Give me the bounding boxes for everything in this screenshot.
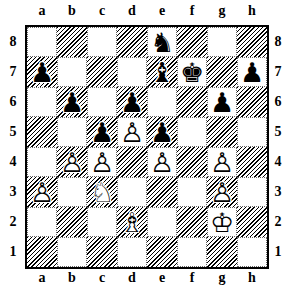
square-g2[interactable]: ♚♔	[207, 207, 237, 237]
rank-label-4: 4	[271, 147, 285, 177]
rank-label-3: 3	[6, 177, 20, 207]
square-f7[interactable]: ♚♚	[177, 57, 207, 87]
piece-wP-d5: ♙	[117, 117, 147, 147]
square-g3[interactable]: ♟♙	[207, 177, 237, 207]
piece-bN-e8: ♞	[147, 27, 177, 57]
square-d6[interactable]: ♟♟	[117, 87, 147, 117]
file-label-e: e	[147, 3, 177, 19]
square-g1[interactable]	[207, 237, 237, 267]
square-e3[interactable]	[147, 177, 177, 207]
square-d3[interactable]	[117, 177, 147, 207]
square-h4[interactable]	[237, 147, 267, 177]
piece-wK-g2: ♔	[207, 207, 237, 237]
square-c5[interactable]: ♟♟	[87, 117, 117, 147]
piece-wP-g3: ♙	[207, 177, 237, 207]
file-labels-top: abcdefgh	[27, 3, 267, 19]
square-h7[interactable]: ♟♟	[237, 57, 267, 87]
rank-label-7: 7	[6, 57, 20, 87]
rank-labels-right: 87654321	[271, 27, 285, 267]
rank-label-5: 5	[271, 117, 285, 147]
piece-bB-e7: ♝	[147, 57, 177, 87]
piece-wP-b4: ♙	[57, 147, 87, 177]
file-label-g: g	[207, 3, 237, 19]
file-label-b: b	[57, 3, 87, 19]
square-g8[interactable]	[207, 27, 237, 57]
piece-wP-g4: ♙	[207, 147, 237, 177]
file-label-e: e	[147, 270, 177, 286]
piece-wB-d2: ♗	[117, 207, 147, 237]
square-d7[interactable]	[117, 57, 147, 87]
file-label-d: d	[117, 270, 147, 286]
square-b1[interactable]	[57, 237, 87, 267]
piece-bP-h7: ♟	[237, 57, 267, 87]
piece-bP-c5: ♟	[87, 117, 117, 147]
piece-bP-e5: ♟	[147, 117, 177, 147]
square-d5[interactable]: ♟♙	[117, 117, 147, 147]
square-g7[interactable]	[207, 57, 237, 87]
square-a1[interactable]	[27, 237, 57, 267]
square-g6[interactable]: ♟♟	[207, 87, 237, 117]
piece-wP-e4: ♙	[147, 147, 177, 177]
square-f6[interactable]	[177, 87, 207, 117]
square-d8[interactable]	[117, 27, 147, 57]
file-label-f: f	[177, 270, 207, 286]
square-h6[interactable]	[237, 87, 267, 117]
square-d4[interactable]	[117, 147, 147, 177]
piece-bK-f7: ♚	[177, 57, 207, 87]
square-f4[interactable]	[177, 147, 207, 177]
square-g4[interactable]: ♟♙	[207, 147, 237, 177]
square-a7[interactable]: ♟♟	[27, 57, 57, 87]
rank-label-5: 5	[6, 117, 20, 147]
square-b4[interactable]: ♟♙	[57, 147, 87, 177]
square-h2[interactable]	[237, 207, 267, 237]
square-c1[interactable]	[87, 237, 117, 267]
rank-label-8: 8	[6, 27, 20, 57]
square-b5[interactable]	[57, 117, 87, 147]
file-label-c: c	[87, 3, 117, 19]
file-label-a: a	[27, 3, 57, 19]
file-label-d: d	[117, 3, 147, 19]
square-b6[interactable]: ♟♟	[57, 87, 87, 117]
square-e2[interactable]	[147, 207, 177, 237]
square-d2[interactable]: ♝♗	[117, 207, 147, 237]
chess-diagram: abcdefgh 87654321 ♞♞♟♟♝♝♚♚♟♟♟♟♟♟♟♟♟♟♟♙♟♟…	[0, 0, 295, 295]
rank-label-2: 2	[6, 207, 20, 237]
square-a5[interactable]	[27, 117, 57, 147]
piece-bP-d6: ♟	[117, 87, 147, 117]
square-b2[interactable]	[57, 207, 87, 237]
square-c7[interactable]	[87, 57, 117, 87]
file-label-c: c	[87, 270, 117, 286]
square-h8[interactable]	[237, 27, 267, 57]
piece-bP-g6: ♟	[207, 87, 237, 117]
square-f3[interactable]	[177, 177, 207, 207]
square-a4[interactable]	[27, 147, 57, 177]
square-e6[interactable]	[147, 87, 177, 117]
piece-bP-b6: ♟	[57, 87, 87, 117]
square-a6[interactable]	[27, 87, 57, 117]
square-h1[interactable]	[237, 237, 267, 267]
rank-label-8: 8	[271, 27, 285, 57]
square-h5[interactable]	[237, 117, 267, 147]
square-d1[interactable]	[117, 237, 147, 267]
file-label-a: a	[27, 270, 57, 286]
rank-label-4: 4	[6, 147, 20, 177]
piece-wN-c3: ♘	[87, 177, 117, 207]
rank-label-2: 2	[271, 207, 285, 237]
square-c8[interactable]	[87, 27, 117, 57]
file-label-b: b	[57, 270, 87, 286]
square-b3[interactable]	[57, 177, 87, 207]
square-c3[interactable]: ♞♘	[87, 177, 117, 207]
square-a2[interactable]	[27, 207, 57, 237]
square-h3[interactable]	[237, 177, 267, 207]
square-c2[interactable]	[87, 207, 117, 237]
square-e5[interactable]: ♟♟	[147, 117, 177, 147]
square-e8[interactable]: ♞♞	[147, 27, 177, 57]
rank-label-6: 6	[6, 87, 20, 117]
square-e4[interactable]: ♟♙	[147, 147, 177, 177]
square-a3[interactable]: ♟♙	[27, 177, 57, 207]
square-c4[interactable]: ♟♙	[87, 147, 117, 177]
file-label-h: h	[237, 270, 267, 286]
square-g5[interactable]	[207, 117, 237, 147]
rank-label-7: 7	[271, 57, 285, 87]
square-b8[interactable]	[57, 27, 87, 57]
square-e7[interactable]: ♝♝	[147, 57, 177, 87]
square-f2[interactable]	[177, 207, 207, 237]
square-f1[interactable]	[177, 237, 207, 267]
rank-label-1: 1	[271, 237, 285, 267]
rank-labels-left: 87654321	[6, 27, 20, 267]
square-e1[interactable]	[147, 237, 177, 267]
rank-label-1: 1	[6, 237, 20, 267]
square-f5[interactable]	[177, 117, 207, 147]
file-label-h: h	[237, 3, 267, 19]
square-c6[interactable]	[87, 87, 117, 117]
file-label-g: g	[207, 270, 237, 286]
piece-wP-c4: ♙	[87, 147, 117, 177]
piece-wP-a3: ♙	[27, 177, 57, 207]
rank-label-3: 3	[271, 177, 285, 207]
square-b7[interactable]	[57, 57, 87, 87]
square-a8[interactable]	[27, 27, 57, 57]
piece-bP-a7: ♟	[27, 57, 57, 87]
square-f8[interactable]	[177, 27, 207, 57]
rank-label-6: 6	[271, 87, 285, 117]
chess-board: ♞♞♟♟♝♝♚♚♟♟♟♟♟♟♟♟♟♟♟♙♟♟♟♙♟♙♟♙♟♙♟♙♞♘♟♙♝♗♚♔	[25, 25, 269, 269]
file-labels-bottom: abcdefgh	[27, 270, 267, 286]
file-label-f: f	[177, 3, 207, 19]
